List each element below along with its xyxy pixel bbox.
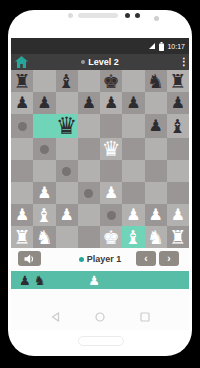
square-c4[interactable]	[56, 160, 78, 182]
square-g3[interactable]	[145, 182, 167, 204]
black-rook[interactable]: ♜	[14, 72, 31, 91]
square-b4[interactable]	[33, 160, 55, 182]
square-h7[interactable]: ♟	[167, 92, 189, 114]
square-f7[interactable]: ♟	[122, 92, 144, 114]
square-a2[interactable]: ♟	[11, 204, 33, 226]
captured-pieces-tray: ♟♞♟	[11, 271, 189, 289]
square-f1[interactable]: ♝	[122, 226, 144, 248]
black-king[interactable]: ♚	[103, 72, 120, 91]
square-b8[interactable]	[33, 70, 55, 92]
white-pawn[interactable]: ♟	[171, 207, 185, 223]
square-f8[interactable]	[122, 70, 144, 92]
square-g4[interactable]	[145, 160, 167, 182]
square-f2[interactable]: ♟	[122, 204, 144, 226]
square-d2[interactable]	[78, 204, 100, 226]
white-pawn[interactable]: ♟	[15, 207, 29, 223]
overflow-menu-icon[interactable]: ⋮	[179, 55, 187, 69]
square-a6[interactable]	[11, 114, 33, 138]
black-pawn[interactable]: ♟	[15, 95, 29, 111]
square-b3[interactable]: ♟	[33, 182, 55, 204]
redo-button[interactable]: ›	[159, 251, 179, 266]
black-queen[interactable]: ♛	[56, 114, 78, 138]
square-h3[interactable]	[167, 182, 189, 204]
square-h8[interactable]: ♜	[167, 70, 189, 92]
move-hint-dot[interactable]	[84, 189, 93, 198]
chevron-right-icon: ›	[167, 253, 170, 264]
level-title-group: Level 2	[11, 54, 189, 70]
square-g7[interactable]	[145, 92, 167, 114]
black-pawn[interactable]: ♟	[148, 118, 162, 134]
square-a4[interactable]	[11, 160, 33, 182]
square-b2[interactable]: ♝	[33, 204, 55, 226]
front-sensor-dot	[154, 16, 159, 21]
square-c5[interactable]	[56, 138, 78, 160]
battery-icon	[159, 42, 164, 51]
black-bishop[interactable]: ♝	[169, 117, 186, 136]
white-knight[interactable]: ♞	[36, 228, 53, 247]
captured-white-pawn: ♟	[88, 274, 100, 287]
front-camera-dot	[135, 13, 140, 18]
clock-time: 10:17	[167, 43, 185, 50]
black-pawn[interactable]: ♟	[104, 95, 118, 111]
black-bishop[interactable]: ♝	[58, 72, 75, 91]
square-h5[interactable]	[167, 138, 189, 160]
white-pawn[interactable]: ♟	[59, 207, 73, 223]
square-e5[interactable]: ♛	[100, 138, 122, 160]
nav-home-icon[interactable]	[95, 312, 105, 322]
square-a5[interactable]	[11, 138, 33, 160]
white-rook[interactable]: ♜	[14, 228, 31, 247]
black-rook[interactable]: ♜	[169, 72, 186, 91]
square-b7[interactable]: ♟	[33, 92, 55, 114]
square-g1[interactable]: ♞	[145, 226, 167, 248]
phone-frame: 10:17 Level 2 ⋮ ♜♝♚♞♜♟♟♟♟♟♟♛♟♝♛♟♟♟♝♟♟♟♟♜…	[8, 10, 192, 356]
square-a8[interactable]: ♜	[11, 70, 33, 92]
square-f5[interactable]	[122, 138, 144, 160]
white-queen[interactable]: ♛	[102, 139, 121, 160]
nav-recents-icon[interactable]	[140, 312, 150, 322]
square-f4[interactable]	[122, 160, 144, 182]
chevron-left-icon: ‹	[144, 253, 147, 264]
nav-back-icon[interactable]	[51, 312, 60, 322]
move-hint-dot[interactable]	[18, 122, 27, 131]
square-h4[interactable]	[167, 160, 189, 182]
square-f3[interactable]	[122, 182, 144, 204]
square-g5[interactable]	[145, 138, 167, 160]
square-c3[interactable]	[56, 182, 78, 204]
square-e3[interactable]: ♟	[100, 182, 122, 204]
square-c8[interactable]: ♝	[56, 70, 78, 92]
page-title: Level 2	[88, 57, 119, 67]
white-pawn[interactable]: ♟	[37, 185, 51, 201]
white-knight[interactable]: ♞	[147, 228, 164, 247]
white-pawn[interactable]: ♟	[148, 207, 162, 223]
square-e2[interactable]	[100, 204, 122, 226]
white-bishop[interactable]: ♝	[36, 206, 53, 225]
square-a1[interactable]: ♜	[11, 226, 33, 248]
android-nav-bar	[11, 312, 189, 322]
square-h1[interactable]: ♜	[167, 226, 189, 248]
square-h6[interactable]: ♝	[167, 114, 189, 138]
square-b6[interactable]	[33, 114, 55, 138]
app-toolbar: Level 2 ⋮	[11, 54, 189, 70]
square-f6[interactable]	[122, 114, 144, 138]
square-c2[interactable]: ♟	[56, 204, 78, 226]
square-d5[interactable]	[78, 138, 100, 160]
black-knight[interactable]: ♞	[147, 72, 164, 91]
square-g6[interactable]: ♟	[145, 114, 167, 138]
black-pawn[interactable]: ♟	[82, 95, 96, 111]
white-pawn[interactable]: ♟	[104, 185, 118, 201]
square-d4[interactable]	[78, 160, 100, 182]
black-pawn[interactable]: ♟	[171, 95, 185, 111]
front-camera-dot	[125, 13, 130, 18]
captured-black-pawn: ♟	[19, 274, 31, 287]
square-h2[interactable]: ♟	[167, 204, 189, 226]
turn-indicator-dot	[79, 257, 84, 262]
chess-board: ♜♝♚♞♜♟♟♟♟♟♟♛♟♝♛♟♟♟♝♟♟♟♟♜♞♚♝♞♜	[11, 70, 189, 248]
white-rook[interactable]: ♜	[169, 228, 186, 247]
square-e1[interactable]: ♚	[100, 226, 122, 248]
front-sensor-dot	[68, 13, 73, 18]
player-bar: Player 1 ‹ ›	[11, 251, 189, 267]
home-button-slot[interactable]	[78, 336, 124, 346]
captured-black-knight: ♞	[34, 274, 46, 287]
earpiece-speaker	[78, 13, 118, 18]
move-hint-dot[interactable]	[62, 167, 71, 176]
square-d7[interactable]: ♟	[78, 92, 100, 114]
square-d1[interactable]	[78, 226, 100, 248]
black-pawn[interactable]: ♟	[126, 95, 140, 111]
undo-button[interactable]: ‹	[136, 251, 156, 266]
white-king[interactable]: ♚	[103, 228, 120, 247]
square-c7[interactable]	[56, 92, 78, 114]
white-pawn[interactable]: ♟	[126, 207, 140, 223]
move-hint-dot[interactable]	[107, 211, 116, 220]
square-c6[interactable]: ♛	[56, 114, 78, 138]
square-d6[interactable]	[78, 114, 100, 138]
square-g8[interactable]: ♞	[145, 70, 167, 92]
square-d8[interactable]	[78, 70, 100, 92]
square-e4[interactable]	[100, 160, 122, 182]
square-a3[interactable]	[11, 182, 33, 204]
square-g2[interactable]: ♟	[145, 204, 167, 226]
square-d3[interactable]	[78, 182, 100, 204]
signal-icon	[148, 42, 156, 50]
square-c1[interactable]	[56, 226, 78, 248]
square-e8[interactable]: ♚	[100, 70, 122, 92]
white-bishop[interactable]: ♝	[125, 228, 142, 247]
move-hint-dot[interactable]	[40, 145, 49, 154]
square-e6[interactable]	[100, 114, 122, 138]
level-status-dot	[81, 60, 85, 64]
black-pawn[interactable]: ♟	[37, 95, 51, 111]
square-b1[interactable]: ♞	[33, 226, 55, 248]
square-b5[interactable]	[33, 138, 55, 160]
status-bar: 10:17	[11, 38, 189, 54]
screen: 10:17 Level 2 ⋮ ♜♝♚♞♜♟♟♟♟♟♟♛♟♝♛♟♟♟♝♟♟♟♟♜…	[11, 38, 189, 330]
square-e7[interactable]: ♟	[100, 92, 122, 114]
square-a7[interactable]: ♟	[11, 92, 33, 114]
current-player-label: Player 1	[87, 254, 122, 264]
